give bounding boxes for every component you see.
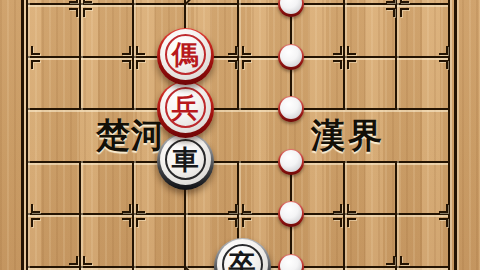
position-marker <box>122 204 131 213</box>
move-marker-ball[interactable] <box>278 254 304 270</box>
position-marker <box>439 46 448 55</box>
grid-line <box>237 0 239 110</box>
position-marker <box>69 8 78 17</box>
piece-character: 傌 <box>172 41 199 68</box>
xiangqi-board[interactable]: 楚河 漢界 傌兵車卒 <box>0 0 480 270</box>
position-marker <box>347 60 356 69</box>
piece-face: 傌 <box>160 29 211 80</box>
position-marker <box>122 60 131 69</box>
river-label-han-jie: 漢界 <box>311 118 385 152</box>
move-marker-dome <box>280 202 302 224</box>
piece-face: 卒 <box>217 239 268 270</box>
position-marker <box>83 0 92 3</box>
piece-character: 車 <box>172 146 199 173</box>
position-marker <box>386 0 395 3</box>
board-border-right <box>454 0 457 270</box>
position-marker <box>228 60 237 69</box>
grid-line <box>343 161 345 270</box>
grid-line <box>343 0 345 110</box>
position-marker <box>228 218 237 227</box>
move-marker-ball[interactable] <box>278 149 304 175</box>
position-marker <box>136 218 145 227</box>
position-marker <box>242 46 251 55</box>
position-marker <box>31 46 40 55</box>
position-marker <box>400 256 409 265</box>
grid-line <box>448 0 450 270</box>
position-marker <box>122 46 131 55</box>
position-marker <box>136 60 145 69</box>
piece-character: 卒 <box>229 251 256 270</box>
position-marker <box>400 0 409 3</box>
grid-line <box>26 0 28 270</box>
position-marker <box>439 204 448 213</box>
position-marker <box>439 218 448 227</box>
position-marker <box>228 204 237 213</box>
position-marker <box>386 256 395 265</box>
move-marker-ball[interactable] <box>278 201 304 227</box>
position-marker <box>400 8 409 17</box>
piece-red-soldier[interactable]: 兵 <box>157 81 214 138</box>
position-marker <box>136 204 145 213</box>
grid-line <box>395 161 397 270</box>
grid-line <box>132 0 134 110</box>
position-marker <box>347 218 356 227</box>
position-marker <box>333 218 342 227</box>
position-marker <box>242 218 251 227</box>
move-marker-ball[interactable] <box>278 96 304 122</box>
piece-black-chariot[interactable]: 車 <box>157 133 214 190</box>
position-marker <box>83 256 92 265</box>
river-label-chu-he: 楚河 <box>96 118 166 152</box>
position-marker <box>333 46 342 55</box>
position-marker <box>31 60 40 69</box>
piece-red-horse[interactable]: 傌 <box>157 28 214 85</box>
move-marker-ball[interactable] <box>278 0 304 17</box>
board-border-left <box>21 0 24 270</box>
position-marker <box>228 46 237 55</box>
position-marker <box>83 8 92 17</box>
grid-line <box>79 0 81 110</box>
grid-line <box>132 161 134 270</box>
move-marker-dome <box>280 255 302 270</box>
xiangqi-app: 楚河 漢界 傌兵車卒 <box>0 0 480 270</box>
position-marker <box>31 218 40 227</box>
position-marker <box>333 60 342 69</box>
position-marker <box>347 46 356 55</box>
piece-character: 兵 <box>172 94 199 121</box>
position-marker <box>136 46 145 55</box>
grid-line <box>79 161 81 270</box>
move-marker-ball[interactable] <box>278 44 304 70</box>
position-marker <box>69 0 78 3</box>
position-marker <box>242 60 251 69</box>
position-marker <box>69 256 78 265</box>
position-marker <box>122 218 131 227</box>
position-marker <box>242 204 251 213</box>
position-marker <box>31 204 40 213</box>
piece-black-soldier[interactable]: 卒 <box>214 238 271 270</box>
position-marker <box>347 204 356 213</box>
position-marker <box>386 8 395 17</box>
move-marker-dome <box>280 45 302 67</box>
grid-line <box>395 0 397 110</box>
move-marker-dome <box>280 150 302 172</box>
position-marker <box>333 204 342 213</box>
piece-face: 兵 <box>160 82 211 133</box>
move-marker-dome <box>280 97 302 119</box>
piece-face: 車 <box>160 134 211 185</box>
move-marker-dome <box>280 0 302 14</box>
position-marker <box>439 60 448 69</box>
